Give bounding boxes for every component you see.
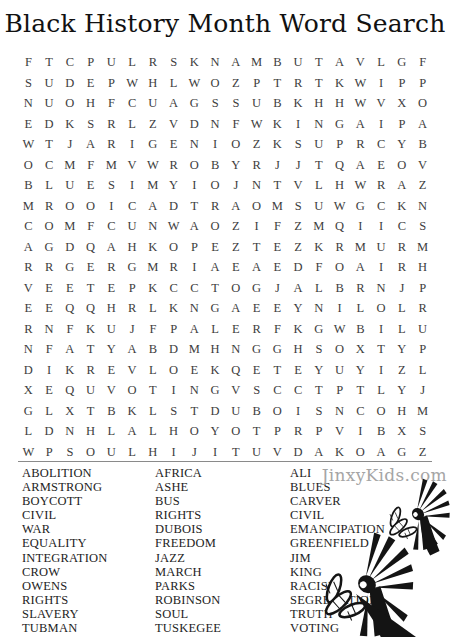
grid-cell: R (371, 175, 392, 196)
grid-cell: M (18, 196, 39, 217)
grid-cell: A (122, 339, 143, 360)
grid-cell: G (184, 93, 205, 114)
word-item: JAZZ (155, 551, 221, 565)
grid-cell: F (80, 155, 101, 176)
grid-cell: K (60, 360, 81, 381)
grid-cell: K (329, 73, 350, 94)
word-search-page: Black History Month Word Search FTCPULRS… (0, 0, 450, 637)
word-item: TUSKEGEE (155, 621, 221, 635)
grid-cell: H (163, 421, 184, 442)
grid-cell: M (412, 401, 433, 422)
grid-cell: X (350, 339, 371, 360)
grid-cell: T (267, 73, 288, 94)
grid-cell: Y (392, 380, 413, 401)
grid-cell: Q (80, 298, 101, 319)
grid-cell: I (246, 216, 267, 237)
grid-cell: O (80, 442, 101, 463)
grid-cell: P (392, 114, 413, 135)
grid-cell: O (246, 196, 267, 217)
grid-cell: A (350, 114, 371, 135)
grid-cell: E (101, 360, 122, 381)
grid-cell: A (184, 319, 205, 340)
grid-cell: P (309, 421, 330, 442)
grid-cell: E (39, 278, 60, 299)
grid-cell: P (163, 319, 184, 340)
grid-cell: N (60, 421, 81, 442)
grid-cell: U (101, 319, 122, 340)
grid-cell: T (205, 278, 226, 299)
grid-cell: E (60, 278, 81, 299)
grid-cell: E (246, 298, 267, 319)
grid-cell: F (60, 319, 81, 340)
grid-cell: R (101, 114, 122, 135)
grid-cell: G (246, 278, 267, 299)
grid-cell: Z (412, 442, 433, 463)
grid-cell: R (392, 257, 413, 278)
grid-cell: E (163, 134, 184, 155)
grid-cell: S (288, 196, 309, 217)
grid-cell: R (122, 298, 143, 319)
grid-cell: K (122, 401, 143, 422)
grid-cell: G (143, 134, 164, 155)
grid-cell: S (309, 401, 330, 422)
letter-grid: FTCPULRSKNAMBUTAVLGFSUDEPWHLWOZPTRTKWIPP… (18, 52, 433, 462)
grid-cell: I (163, 380, 184, 401)
grid-cell: A (309, 442, 330, 463)
grid-cell: J (267, 278, 288, 299)
grid-cell: F (143, 319, 164, 340)
grid-cell: H (329, 93, 350, 114)
grid-cell: H (80, 93, 101, 114)
grid-cell: U (60, 175, 81, 196)
grid-cell: A (288, 278, 309, 299)
grid-cell: R (143, 52, 164, 73)
grid-cell: M (246, 52, 267, 73)
grid-cell: P (329, 380, 350, 401)
grid-cell: O (329, 257, 350, 278)
grid-cell: T (309, 73, 330, 94)
word-list-divider (18, 461, 432, 462)
grid-cell: G (267, 339, 288, 360)
word-item: PARKS (155, 579, 221, 593)
grid-cell: U (309, 134, 330, 155)
grid-cell: I (184, 257, 205, 278)
grid-cell: P (412, 339, 433, 360)
grid-cell: P (412, 73, 433, 94)
grid-cell: S (18, 73, 39, 94)
grid-cell: A (184, 216, 205, 237)
grid-cell: G (350, 196, 371, 217)
grid-cell: U (122, 216, 143, 237)
grid-cell: J (184, 442, 205, 463)
grid-cell: I (205, 442, 226, 463)
grid-cell: M (309, 216, 330, 237)
grid-cell: A (350, 155, 371, 176)
grid-cell: S (163, 52, 184, 73)
grid-cell: Q (226, 360, 247, 381)
grid-cell: I (371, 257, 392, 278)
word-item: BUS (155, 494, 221, 508)
grid-cell: D (288, 257, 309, 278)
grid-cell: A (226, 298, 247, 319)
grid-cell: J (412, 380, 433, 401)
word-item: AFRICA (155, 466, 221, 480)
grid-cell: I (371, 114, 392, 135)
grid-cell: C (371, 134, 392, 155)
grid-cell: T (309, 52, 330, 73)
grid-cell: V (163, 114, 184, 135)
grid-cell: T (267, 360, 288, 381)
grid-cell: N (205, 52, 226, 73)
grid-cell: F (267, 216, 288, 237)
grid-cell: S (246, 380, 267, 401)
grid-cell: T (350, 380, 371, 401)
grid-cell: N (205, 114, 226, 135)
word-item: OWENS (22, 579, 108, 593)
grid-cell: A (122, 421, 143, 442)
grid-cell: H (392, 401, 413, 422)
grid-cell: V (267, 442, 288, 463)
grid-cell: Z (246, 134, 267, 155)
grid-cell: C (267, 380, 288, 401)
grid-cell: O (60, 93, 81, 114)
grid-cell: L (122, 114, 143, 135)
grid-cell: T (184, 196, 205, 217)
grid-cell: Z (392, 360, 413, 381)
grid-cell: I (163, 442, 184, 463)
word-item: RIGHTS (155, 508, 221, 522)
grid-cell: A (350, 257, 371, 278)
grid-cell: G (309, 319, 330, 340)
grid-cell: J (122, 319, 143, 340)
grid-cell: O (205, 175, 226, 196)
grid-cell: E (226, 319, 247, 340)
grid-cell: M (350, 237, 371, 258)
grid-cell: K (329, 442, 350, 463)
word-item: CROW (22, 565, 108, 579)
grid-cell: D (60, 237, 81, 258)
grid-cell: A (412, 114, 433, 135)
grid-cell: R (18, 257, 39, 278)
grid-cell: M (60, 216, 81, 237)
grid-cell: F (412, 52, 433, 73)
grid-cell: D (163, 196, 184, 217)
word-item: ASHE (155, 480, 221, 494)
grid-cell: V (226, 380, 247, 401)
grid-cell: H (143, 442, 164, 463)
grid-cell: H (309, 93, 330, 114)
grid-cell: M (143, 175, 164, 196)
grid-cell: T (143, 380, 164, 401)
grid-cell: L (143, 298, 164, 319)
grid-cell: H (80, 421, 101, 442)
grid-cell: S (205, 93, 226, 114)
grid-cell: S (163, 401, 184, 422)
grid-cell: L (143, 401, 164, 422)
grid-cell: O (371, 401, 392, 422)
grid-cell: A (143, 196, 164, 217)
grid-cell: N (184, 380, 205, 401)
grid-cell: L (122, 442, 143, 463)
grid-cell: M (101, 155, 122, 176)
grid-cell: O (371, 298, 392, 319)
grid-cell: S (412, 216, 433, 237)
grid-cell: P (246, 73, 267, 94)
grid-cell: Y (101, 339, 122, 360)
grid-cell: V (371, 93, 392, 114)
word-item: RIGHTS (22, 593, 108, 607)
grid-cell: Z (288, 216, 309, 237)
grid-cell: E (18, 114, 39, 135)
grid-cell: T (80, 339, 101, 360)
grid-cell: K (143, 278, 164, 299)
word-item: ROBINSON (155, 593, 221, 607)
grid-cell: R (350, 278, 371, 299)
grid-cell: D (205, 401, 226, 422)
word-column-2: AFRICAASHEBUSRIGHTSDUBOISFREEDOMJAZZMARC… (155, 466, 221, 635)
grid-cell: U (412, 319, 433, 340)
grid-cell: U (101, 52, 122, 73)
grid-cell: P (412, 278, 433, 299)
grid-cell: K (60, 114, 81, 135)
grid-cell: R (101, 134, 122, 155)
grid-cell: W (329, 319, 350, 340)
grid-cell: E (267, 237, 288, 258)
grid-cell: R (39, 257, 60, 278)
word-item: DUBOIS (155, 522, 221, 536)
grid-cell: G (122, 257, 143, 278)
grid-cell: V (329, 421, 350, 442)
grid-cell: O (122, 380, 143, 401)
grid-cell: K (267, 134, 288, 155)
grid-cell: L (143, 360, 164, 381)
grid-cell: E (226, 257, 247, 278)
grid-cell: I (371, 319, 392, 340)
word-item: CIVIL (22, 508, 108, 522)
grid-cell: F (80, 216, 101, 237)
grid-cell: N (309, 114, 330, 135)
grid-cell: P (101, 73, 122, 94)
grid-cell: X (392, 421, 413, 442)
grid-cell: D (163, 339, 184, 360)
word-item: FREEDOM (155, 536, 221, 550)
grid-cell: G (18, 401, 39, 422)
grid-cell: N (309, 298, 330, 319)
grid-cell: U (371, 237, 392, 258)
grid-cell: R (288, 421, 309, 442)
grid-cell: T (80, 401, 101, 422)
grid-cell: K (163, 298, 184, 319)
grid-cell: B (412, 134, 433, 155)
grid-cell: U (39, 73, 60, 94)
grid-cell: R (18, 319, 39, 340)
grid-cell: T (226, 442, 247, 463)
word-item: BOYCOTT (22, 494, 108, 508)
grid-cell: L (163, 73, 184, 94)
grid-cell: F (101, 93, 122, 114)
grid-cell: E (184, 360, 205, 381)
page-title: Black History Month Word Search (0, 9, 450, 38)
grid-cell: L (205, 319, 226, 340)
grid-cell: T (309, 155, 330, 176)
grid-cell: B (246, 401, 267, 422)
grid-cell: E (80, 257, 101, 278)
grid-cell: E (39, 298, 60, 319)
grid-cell: Q (60, 380, 81, 401)
grid-cell: F (39, 339, 60, 360)
grid-cell: B (371, 421, 392, 442)
grid-cell: L (101, 421, 122, 442)
grid-cell: L (392, 319, 413, 340)
grid-cell: J (392, 278, 413, 299)
grid-cell: A (226, 196, 247, 217)
grid-cell: J (267, 155, 288, 176)
grid-cell: W (163, 216, 184, 237)
grid-cell: K (392, 196, 413, 217)
grid-cell: A (101, 237, 122, 258)
grid-cell: K (309, 237, 330, 258)
grid-cell: A (329, 52, 350, 73)
grid-cell: O (184, 155, 205, 176)
grid-cell: E (371, 155, 392, 176)
grid-cell: U (246, 93, 267, 114)
grid-cell: B (18, 175, 39, 196)
grid-cell: N (329, 401, 350, 422)
grid-cell: N (246, 175, 267, 196)
grid-cell: C (184, 278, 205, 299)
grid-cell: C (39, 155, 60, 176)
grid-cell: Z (226, 73, 247, 94)
grid-cell: E (246, 360, 267, 381)
grid-cell: L (309, 175, 330, 196)
grid-cell: O (60, 196, 81, 217)
grid-cell: S (101, 175, 122, 196)
grid-cell: O (163, 360, 184, 381)
grid-cell: C (392, 216, 413, 237)
grid-cell: B (205, 155, 226, 176)
grid-cell: P (184, 237, 205, 258)
grid-cell: N (412, 196, 433, 217)
grid-cell: W (350, 73, 371, 94)
grid-cell: R (288, 73, 309, 94)
grid-cell: Z (143, 114, 164, 135)
grid-cell: O (226, 134, 247, 155)
grid-cell: Y (288, 298, 309, 319)
grid-cell: K (184, 52, 205, 73)
grid-cell: T (184, 401, 205, 422)
grid-cell: W (184, 73, 205, 94)
grid-cell: J (288, 155, 309, 176)
grid-cell: P (39, 442, 60, 463)
grid-cell: Z (412, 175, 433, 196)
grid-cell: R (329, 237, 350, 258)
grid-cell: E (205, 237, 226, 258)
grid-cell: T (246, 421, 267, 442)
grid-cell: F (309, 257, 330, 278)
grid-cell: F (226, 114, 247, 135)
word-item: ABOLITION (22, 466, 108, 480)
grid-cell: P (329, 134, 350, 155)
grid-cell: Y (350, 360, 371, 381)
grid-cell: I (288, 114, 309, 135)
grid-cell: I (350, 216, 371, 237)
grid-cell: J (60, 134, 81, 155)
grid-cell: B (350, 319, 371, 340)
grid-cell: E (80, 73, 101, 94)
grid-cell: N (184, 298, 205, 319)
grid-cell: D (60, 73, 81, 94)
grid-cell: A (80, 134, 101, 155)
grid-cell: I (371, 216, 392, 237)
grid-cell: K (205, 360, 226, 381)
grid-cell: U (246, 442, 267, 463)
grid-cell: P (392, 73, 413, 94)
grid-cell: M (267, 196, 288, 217)
grid-cell: A (60, 339, 81, 360)
grid-cell: W (18, 442, 39, 463)
grid-cell: A (163, 93, 184, 114)
grid-cell: W (329, 196, 350, 217)
grid-cell: O (412, 93, 433, 114)
grid-cell: W (246, 114, 267, 135)
grid-cell: A (371, 442, 392, 463)
grid-cell: M (412, 237, 433, 258)
grid-cell: V (350, 52, 371, 73)
word-item: ARMSTRONG (22, 480, 108, 494)
grid-cell: D (39, 114, 60, 135)
grid-cell: R (246, 319, 267, 340)
grid-cell: D (288, 442, 309, 463)
grid-cell: V (18, 278, 39, 299)
word-item: SLAVERY (22, 607, 108, 621)
grid-cell: T (39, 134, 60, 155)
grid-cell: L (392, 298, 413, 319)
word-item: TUBMAN (22, 621, 108, 635)
grid-cell: R (205, 196, 226, 217)
grid-cell: O (329, 339, 350, 360)
grid-cell: C (122, 93, 143, 114)
grid-cell: B (329, 278, 350, 299)
grid-cell: C (18, 216, 39, 237)
grid-cell: I (39, 360, 60, 381)
grid-cell: G (39, 237, 60, 258)
grid-cell: E (39, 380, 60, 401)
grid-cell: A (18, 237, 39, 258)
grid-cell: Y (309, 360, 330, 381)
grid-cell: T (39, 52, 60, 73)
grid-cell: R (80, 360, 101, 381)
grid-cell: E (267, 298, 288, 319)
grid-cell: H (122, 237, 143, 258)
grid-cell: U (309, 196, 330, 217)
grid-cell: I (184, 175, 205, 196)
grid-cell: K (288, 319, 309, 340)
grid-cell: K (80, 319, 101, 340)
grid-cell: H (101, 298, 122, 319)
word-column-1: ABOLITIONARMSTRONGBOYCOTTCIVILWAREQUALIT… (22, 466, 108, 635)
grid-cell: L (412, 360, 433, 381)
grid-cell: R (101, 257, 122, 278)
grid-cell: O (184, 421, 205, 442)
grid-cell: E (80, 175, 101, 196)
grid-cell: G (246, 339, 267, 360)
grid-cell: T (246, 237, 267, 258)
grid-cell: N (18, 339, 39, 360)
grid-cell: I (350, 421, 371, 442)
word-item: MARCH (155, 565, 221, 579)
grid-cell: C (163, 278, 184, 299)
grid-cell: Z (288, 237, 309, 258)
